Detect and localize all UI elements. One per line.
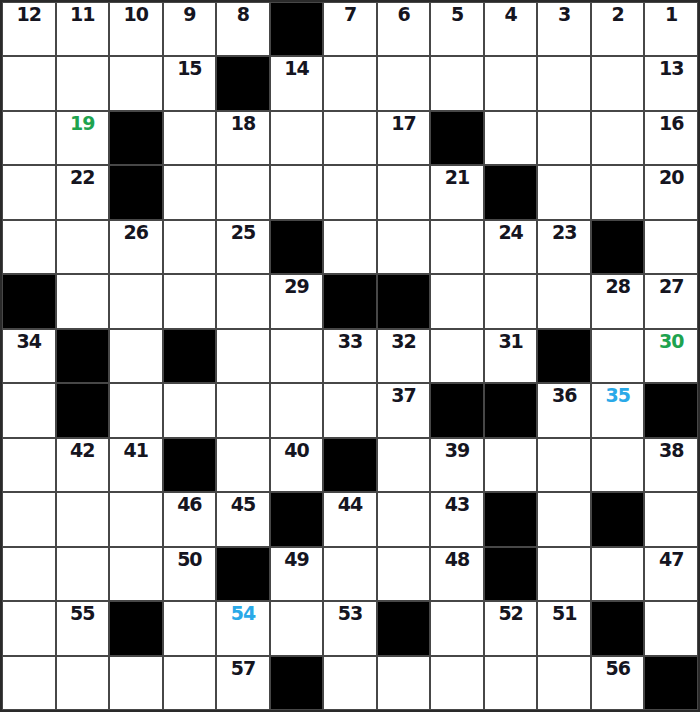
white-cell-r11c4[interactable]: 50 bbox=[163, 547, 217, 601]
white-cell-r7c5[interactable] bbox=[216, 329, 270, 383]
white-cell-r5c3[interactable]: 26 bbox=[109, 220, 163, 274]
white-cell-r4c9[interactable]: 21 bbox=[430, 165, 484, 219]
black-cell-r8c13 bbox=[644, 383, 698, 437]
white-cell-r12c10[interactable]: 52 bbox=[484, 601, 538, 655]
black-cell-r4c3 bbox=[109, 165, 163, 219]
clue-number-12: 12 bbox=[3, 3, 55, 25]
clue-number-19: 19 bbox=[57, 112, 109, 134]
clue-number-9: 9 bbox=[164, 3, 216, 25]
clue-number-16: 16 bbox=[645, 112, 697, 134]
black-cell-r12c8 bbox=[377, 601, 431, 655]
black-cell-r11c5 bbox=[216, 547, 270, 601]
white-cell-r1c5[interactable]: 8 bbox=[216, 2, 270, 56]
clue-number-24: 24 bbox=[485, 221, 537, 243]
black-cell-r6c7 bbox=[323, 274, 377, 328]
white-cell-r11c7[interactable] bbox=[323, 547, 377, 601]
white-cell-r1c2[interactable]: 11 bbox=[56, 2, 110, 56]
white-cell-r1c3[interactable]: 10 bbox=[109, 2, 163, 56]
black-cell-r8c9 bbox=[430, 383, 484, 437]
white-cell-r13c4[interactable] bbox=[163, 656, 217, 710]
white-cell-r9c8[interactable] bbox=[377, 438, 431, 492]
white-cell-r3c5[interactable]: 18 bbox=[216, 111, 270, 165]
white-cell-r3c4[interactable] bbox=[163, 111, 217, 165]
clue-number-41: 41 bbox=[110, 439, 162, 461]
white-cell-r6c11[interactable] bbox=[537, 274, 591, 328]
clue-number-50: 50 bbox=[164, 548, 216, 570]
clue-number-42: 42 bbox=[57, 439, 109, 461]
clue-number-18: 18 bbox=[217, 112, 269, 134]
black-cell-r6c8 bbox=[377, 274, 431, 328]
white-cell-r5c5[interactable]: 25 bbox=[216, 220, 270, 274]
white-cell-r8c6[interactable] bbox=[270, 383, 324, 437]
clue-number-7: 7 bbox=[324, 3, 376, 25]
clue-number-26: 26 bbox=[110, 221, 162, 243]
white-cell-r11c2[interactable] bbox=[56, 547, 110, 601]
white-cell-r8c12[interactable]: 35 bbox=[591, 383, 645, 437]
white-cell-r11c9[interactable]: 48 bbox=[430, 547, 484, 601]
white-cell-r12c13[interactable] bbox=[644, 601, 698, 655]
white-cell-r5c7[interactable] bbox=[323, 220, 377, 274]
white-cell-r7c3[interactable] bbox=[109, 329, 163, 383]
white-cell-r11c6[interactable]: 49 bbox=[270, 547, 324, 601]
white-cell-r4c2[interactable]: 22 bbox=[56, 165, 110, 219]
white-cell-r4c6[interactable] bbox=[270, 165, 324, 219]
white-cell-r11c11[interactable] bbox=[537, 547, 591, 601]
clue-number-57: 57 bbox=[217, 657, 269, 679]
white-cell-r8c5[interactable] bbox=[216, 383, 270, 437]
clue-number-14: 14 bbox=[271, 57, 323, 79]
white-cell-r8c8[interactable]: 37 bbox=[377, 383, 431, 437]
white-cell-r3c6[interactable] bbox=[270, 111, 324, 165]
white-cell-r6c12[interactable]: 28 bbox=[591, 274, 645, 328]
black-cell-r5c6 bbox=[270, 220, 324, 274]
clue-number-54: 54 bbox=[217, 602, 269, 624]
white-cell-r11c3[interactable] bbox=[109, 547, 163, 601]
white-cell-r12c9[interactable] bbox=[430, 601, 484, 655]
white-cell-r4c5[interactable] bbox=[216, 165, 270, 219]
white-cell-r10c3[interactable] bbox=[109, 492, 163, 546]
white-cell-r10c7[interactable]: 44 bbox=[323, 492, 377, 546]
white-cell-r10c8[interactable] bbox=[377, 492, 431, 546]
white-cell-r2c4[interactable]: 15 bbox=[163, 56, 217, 110]
white-cell-r6c5[interactable] bbox=[216, 274, 270, 328]
white-cell-r5c13[interactable] bbox=[644, 220, 698, 274]
white-cell-r9c2[interactable]: 42 bbox=[56, 438, 110, 492]
white-cell-r10c1[interactable] bbox=[2, 492, 56, 546]
clue-number-51: 51 bbox=[538, 602, 590, 624]
black-cell-r8c10 bbox=[484, 383, 538, 437]
white-cell-r1c13[interactable]: 1 bbox=[644, 2, 698, 56]
white-cell-r12c2[interactable]: 55 bbox=[56, 601, 110, 655]
black-cell-r1c6 bbox=[270, 2, 324, 56]
white-cell-r2c10[interactable] bbox=[484, 56, 538, 110]
black-cell-r10c6 bbox=[270, 492, 324, 546]
white-cell-r7c8[interactable]: 32 bbox=[377, 329, 431, 383]
white-cell-r11c13[interactable]: 47 bbox=[644, 547, 698, 601]
black-cell-r13c6 bbox=[270, 656, 324, 710]
black-cell-r12c3 bbox=[109, 601, 163, 655]
white-cell-r6c4[interactable] bbox=[163, 274, 217, 328]
white-cell-r13c9[interactable] bbox=[430, 656, 484, 710]
clue-number-44: 44 bbox=[324, 493, 376, 515]
white-cell-r10c4[interactable]: 46 bbox=[163, 492, 217, 546]
white-cell-r3c11[interactable] bbox=[537, 111, 591, 165]
white-cell-r1c4[interactable]: 9 bbox=[163, 2, 217, 56]
white-cell-r8c3[interactable] bbox=[109, 383, 163, 437]
white-cell-r4c13[interactable]: 20 bbox=[644, 165, 698, 219]
white-cell-r12c6[interactable] bbox=[270, 601, 324, 655]
white-cell-r4c11[interactable] bbox=[537, 165, 591, 219]
white-cell-r1c12[interactable]: 2 bbox=[591, 2, 645, 56]
black-cell-r10c12 bbox=[591, 492, 645, 546]
white-cell-r8c4[interactable] bbox=[163, 383, 217, 437]
white-cell-r2c2[interactable] bbox=[56, 56, 110, 110]
white-cell-r7c10[interactable]: 31 bbox=[484, 329, 538, 383]
clue-number-8: 8 bbox=[217, 3, 269, 25]
clue-number-20: 20 bbox=[645, 166, 697, 188]
clue-number-5: 5 bbox=[431, 3, 483, 25]
clue-number-34: 34 bbox=[3, 330, 55, 352]
white-cell-r6c13[interactable]: 27 bbox=[644, 274, 698, 328]
white-cell-r1c1[interactable]: 12 bbox=[2, 2, 56, 56]
white-cell-r7c9[interactable] bbox=[430, 329, 484, 383]
white-cell-r7c6[interactable] bbox=[270, 329, 324, 383]
white-cell-r12c5[interactable]: 54 bbox=[216, 601, 270, 655]
clue-number-49: 49 bbox=[271, 548, 323, 570]
clue-number-43: 43 bbox=[431, 493, 483, 515]
white-cell-r6c9[interactable] bbox=[430, 274, 484, 328]
clue-number-17: 17 bbox=[378, 112, 430, 134]
clue-number-29: 29 bbox=[271, 275, 323, 297]
black-cell-r13c13 bbox=[644, 656, 698, 710]
white-cell-r5c2[interactable] bbox=[56, 220, 110, 274]
clue-number-13: 13 bbox=[645, 57, 697, 79]
clue-number-38: 38 bbox=[645, 439, 697, 461]
white-cell-r12c4[interactable] bbox=[163, 601, 217, 655]
clue-number-4: 4 bbox=[485, 3, 537, 25]
white-cell-r6c6[interactable]: 29 bbox=[270, 274, 324, 328]
white-cell-r9c6[interactable]: 40 bbox=[270, 438, 324, 492]
white-cell-r4c7[interactable] bbox=[323, 165, 377, 219]
white-cell-r5c4[interactable] bbox=[163, 220, 217, 274]
white-cell-r10c11[interactable] bbox=[537, 492, 591, 546]
black-cell-r10c10 bbox=[484, 492, 538, 546]
white-cell-r8c11[interactable]: 36 bbox=[537, 383, 591, 437]
white-cell-r4c12[interactable] bbox=[591, 165, 645, 219]
white-cell-r13c10[interactable] bbox=[484, 656, 538, 710]
black-cell-r9c7 bbox=[323, 438, 377, 492]
white-cell-r9c5[interactable] bbox=[216, 438, 270, 492]
white-cell-r5c10[interactable]: 24 bbox=[484, 220, 538, 274]
white-cell-r2c13[interactable]: 13 bbox=[644, 56, 698, 110]
white-cell-r13c8[interactable] bbox=[377, 656, 431, 710]
white-cell-r1c10[interactable]: 4 bbox=[484, 2, 538, 56]
white-cell-r1c8[interactable]: 6 bbox=[377, 2, 431, 56]
clue-number-32: 32 bbox=[378, 330, 430, 352]
white-cell-r12c11[interactable]: 51 bbox=[537, 601, 591, 655]
white-cell-r3c7[interactable] bbox=[323, 111, 377, 165]
clue-number-1: 1 bbox=[645, 3, 697, 25]
white-cell-r3c1[interactable] bbox=[2, 111, 56, 165]
black-cell-r7c2 bbox=[56, 329, 110, 383]
clue-number-53: 53 bbox=[324, 602, 376, 624]
black-cell-r3c3 bbox=[109, 111, 163, 165]
white-cell-r6c10[interactable] bbox=[484, 274, 538, 328]
white-cell-r12c7[interactable]: 53 bbox=[323, 601, 377, 655]
white-cell-r3c8[interactable]: 17 bbox=[377, 111, 431, 165]
clue-number-47: 47 bbox=[645, 548, 697, 570]
white-cell-r4c8[interactable] bbox=[377, 165, 431, 219]
black-cell-r8c2 bbox=[56, 383, 110, 437]
white-cell-r9c13[interactable]: 38 bbox=[644, 438, 698, 492]
white-cell-r9c11[interactable] bbox=[537, 438, 591, 492]
clue-number-23: 23 bbox=[538, 221, 590, 243]
clue-number-55: 55 bbox=[57, 602, 109, 624]
white-cell-r5c1[interactable] bbox=[2, 220, 56, 274]
black-cell-r5c12 bbox=[591, 220, 645, 274]
clue-number-11: 11 bbox=[57, 3, 109, 25]
white-cell-r13c11[interactable] bbox=[537, 656, 591, 710]
white-cell-r4c1[interactable] bbox=[2, 165, 56, 219]
white-cell-r13c2[interactable] bbox=[56, 656, 110, 710]
clue-number-36: 36 bbox=[538, 384, 590, 406]
white-cell-r7c13[interactable]: 30 bbox=[644, 329, 698, 383]
black-cell-r9c4 bbox=[163, 438, 217, 492]
clue-number-56: 56 bbox=[592, 657, 644, 679]
white-cell-r9c1[interactable] bbox=[2, 438, 56, 492]
white-cell-r11c1[interactable] bbox=[2, 547, 56, 601]
clue-number-25: 25 bbox=[217, 221, 269, 243]
clue-number-3: 3 bbox=[538, 3, 590, 25]
crossword-grid: 1211109876543211514131918171622212026252… bbox=[0, 0, 700, 712]
clue-number-21: 21 bbox=[431, 166, 483, 188]
clue-number-28: 28 bbox=[592, 275, 644, 297]
white-cell-r8c1[interactable] bbox=[2, 383, 56, 437]
white-cell-r7c7[interactable]: 33 bbox=[323, 329, 377, 383]
black-cell-r7c11 bbox=[537, 329, 591, 383]
black-cell-r7c4 bbox=[163, 329, 217, 383]
white-cell-r2c11[interactable] bbox=[537, 56, 591, 110]
white-cell-r10c9[interactable]: 43 bbox=[430, 492, 484, 546]
clue-number-52: 52 bbox=[485, 602, 537, 624]
white-cell-r10c5[interactable]: 45 bbox=[216, 492, 270, 546]
white-cell-r12c1[interactable] bbox=[2, 601, 56, 655]
white-cell-r11c12[interactable] bbox=[591, 547, 645, 601]
black-cell-r12c12 bbox=[591, 601, 645, 655]
white-cell-r13c1[interactable] bbox=[2, 656, 56, 710]
clue-number-27: 27 bbox=[645, 275, 697, 297]
white-cell-r9c9[interactable]: 39 bbox=[430, 438, 484, 492]
clue-number-22: 22 bbox=[57, 166, 109, 188]
white-cell-r3c12[interactable] bbox=[591, 111, 645, 165]
black-cell-r6c1 bbox=[2, 274, 56, 328]
white-cell-r2c3[interactable] bbox=[109, 56, 163, 110]
clue-number-2: 2 bbox=[592, 3, 644, 25]
white-cell-r2c6[interactable]: 14 bbox=[270, 56, 324, 110]
white-cell-r9c10[interactable] bbox=[484, 438, 538, 492]
white-cell-r2c7[interactable] bbox=[323, 56, 377, 110]
white-cell-r3c10[interactable] bbox=[484, 111, 538, 165]
white-cell-r6c2[interactable] bbox=[56, 274, 110, 328]
white-cell-r10c13[interactable] bbox=[644, 492, 698, 546]
black-cell-r2c5 bbox=[216, 56, 270, 110]
white-cell-r5c8[interactable] bbox=[377, 220, 431, 274]
white-cell-r7c12[interactable] bbox=[591, 329, 645, 383]
clue-number-48: 48 bbox=[431, 548, 483, 570]
black-cell-r3c9 bbox=[430, 111, 484, 165]
clue-number-31: 31 bbox=[485, 330, 537, 352]
white-cell-r1c7[interactable]: 7 bbox=[323, 2, 377, 56]
white-cell-r13c7[interactable] bbox=[323, 656, 377, 710]
white-cell-r5c9[interactable] bbox=[430, 220, 484, 274]
clue-number-33: 33 bbox=[324, 330, 376, 352]
white-cell-r13c12[interactable]: 56 bbox=[591, 656, 645, 710]
white-cell-r7c1[interactable]: 34 bbox=[2, 329, 56, 383]
white-cell-r8c7[interactable] bbox=[323, 383, 377, 437]
clue-number-46: 46 bbox=[164, 493, 216, 515]
white-cell-r2c12[interactable] bbox=[591, 56, 645, 110]
clue-number-10: 10 bbox=[110, 3, 162, 25]
white-cell-r10c2[interactable] bbox=[56, 492, 110, 546]
clue-number-37: 37 bbox=[378, 384, 430, 406]
clue-number-45: 45 bbox=[217, 493, 269, 515]
black-cell-r4c10 bbox=[484, 165, 538, 219]
white-cell-r2c9[interactable] bbox=[430, 56, 484, 110]
clue-number-39: 39 bbox=[431, 439, 483, 461]
white-cell-r13c5[interactable]: 57 bbox=[216, 656, 270, 710]
clue-number-6: 6 bbox=[378, 3, 430, 25]
white-cell-r1c11[interactable]: 3 bbox=[537, 2, 591, 56]
white-cell-r6c3[interactable] bbox=[109, 274, 163, 328]
white-cell-r13c3[interactable] bbox=[109, 656, 163, 710]
white-cell-r11c8[interactable] bbox=[377, 547, 431, 601]
black-cell-r11c10 bbox=[484, 547, 538, 601]
white-cell-r1c9[interactable]: 5 bbox=[430, 2, 484, 56]
clue-number-40: 40 bbox=[271, 439, 323, 461]
white-cell-r3c13[interactable]: 16 bbox=[644, 111, 698, 165]
clue-number-30: 30 bbox=[645, 330, 697, 352]
white-cell-r9c3[interactable]: 41 bbox=[109, 438, 163, 492]
white-cell-r2c1[interactable] bbox=[2, 56, 56, 110]
white-cell-r4c4[interactable] bbox=[163, 165, 217, 219]
clue-number-35: 35 bbox=[592, 384, 644, 406]
white-cell-r2c8[interactable] bbox=[377, 56, 431, 110]
white-cell-r5c11[interactable]: 23 bbox=[537, 220, 591, 274]
white-cell-r3c2[interactable]: 19 bbox=[56, 111, 110, 165]
clue-number-15: 15 bbox=[164, 57, 216, 79]
white-cell-r9c12[interactable] bbox=[591, 438, 645, 492]
